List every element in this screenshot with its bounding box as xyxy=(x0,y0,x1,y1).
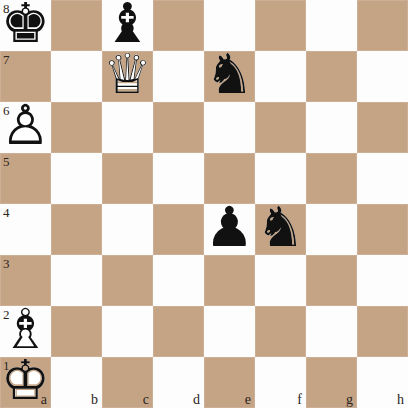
square-b1[interactable]: b xyxy=(51,357,102,408)
square-d2[interactable] xyxy=(153,306,204,357)
piece-black-knight[interactable]: ♞♞ xyxy=(204,51,255,102)
square-c6[interactable] xyxy=(102,102,153,153)
square-d3[interactable] xyxy=(153,255,204,306)
file-label-d: d xyxy=(193,393,200,407)
square-c1[interactable]: c xyxy=(102,357,153,408)
square-d5[interactable] xyxy=(153,153,204,204)
black-pawn-glyph: ♟ xyxy=(204,202,255,253)
square-b4[interactable] xyxy=(51,204,102,255)
chess-board: 8♚♚♝♝7♛♕♞♞6♟♙54♟♟♞♞32♝♗1a♚♔bcdefgh xyxy=(0,0,408,408)
square-e3[interactable] xyxy=(204,255,255,306)
square-f6[interactable] xyxy=(255,102,306,153)
piece-black-knight[interactable]: ♞♞ xyxy=(255,204,306,255)
file-label-c: c xyxy=(143,393,149,407)
square-b6[interactable] xyxy=(51,102,102,153)
piece-white-queen[interactable]: ♛♕ xyxy=(102,51,153,102)
file-label-e: e xyxy=(245,393,251,407)
piece-black-pawn[interactable]: ♟♟ xyxy=(204,204,255,255)
square-a8[interactable]: 8♚♚ xyxy=(0,0,51,51)
square-d8[interactable] xyxy=(153,0,204,51)
square-c2[interactable] xyxy=(102,306,153,357)
square-h6[interactable] xyxy=(357,102,408,153)
square-b2[interactable] xyxy=(51,306,102,357)
square-g3[interactable] xyxy=(306,255,357,306)
white-pawn-glyph: ♙ xyxy=(0,100,51,151)
square-a1[interactable]: 1a♚♔ xyxy=(0,357,51,408)
square-g6[interactable] xyxy=(306,102,357,153)
square-g7[interactable] xyxy=(306,51,357,102)
square-b3[interactable] xyxy=(51,255,102,306)
square-d4[interactable] xyxy=(153,204,204,255)
square-e1[interactable]: e xyxy=(204,357,255,408)
square-h3[interactable] xyxy=(357,255,408,306)
square-a4[interactable]: 4 xyxy=(0,204,51,255)
square-f7[interactable] xyxy=(255,51,306,102)
file-label-f: f xyxy=(297,393,302,407)
square-h7[interactable] xyxy=(357,51,408,102)
rank-label-4: 4 xyxy=(3,206,10,219)
square-b8[interactable] xyxy=(51,0,102,51)
square-c5[interactable] xyxy=(102,153,153,204)
black-knight-glyph: ♞ xyxy=(204,49,255,100)
square-c3[interactable] xyxy=(102,255,153,306)
square-c7[interactable]: ♛♕ xyxy=(102,51,153,102)
square-e7[interactable]: ♞♞ xyxy=(204,51,255,102)
square-h8[interactable] xyxy=(357,0,408,51)
square-b5[interactable] xyxy=(51,153,102,204)
square-f3[interactable] xyxy=(255,255,306,306)
square-c4[interactable] xyxy=(102,204,153,255)
file-label-b: b xyxy=(91,393,98,407)
white-king-glyph: ♔ xyxy=(0,355,51,406)
square-h5[interactable] xyxy=(357,153,408,204)
rank-label-3: 3 xyxy=(3,257,10,270)
black-knight-glyph: ♞ xyxy=(255,202,306,253)
square-d6[interactable] xyxy=(153,102,204,153)
square-g4[interactable] xyxy=(306,204,357,255)
square-h4[interactable] xyxy=(357,204,408,255)
square-b7[interactable] xyxy=(51,51,102,102)
file-label-h: h xyxy=(397,393,404,407)
square-e4[interactable]: ♟♟ xyxy=(204,204,255,255)
square-a6[interactable]: 6♟♙ xyxy=(0,102,51,153)
square-d1[interactable]: d xyxy=(153,357,204,408)
square-g5[interactable] xyxy=(306,153,357,204)
square-h1[interactable]: h xyxy=(357,357,408,408)
piece-white-king[interactable]: ♚♔ xyxy=(0,357,51,408)
square-f4[interactable]: ♞♞ xyxy=(255,204,306,255)
piece-white-pawn[interactable]: ♟♙ xyxy=(0,102,51,153)
square-g8[interactable] xyxy=(306,0,357,51)
square-h2[interactable] xyxy=(357,306,408,357)
square-d7[interactable] xyxy=(153,51,204,102)
square-e6[interactable] xyxy=(204,102,255,153)
square-f1[interactable]: f xyxy=(255,357,306,408)
square-f8[interactable] xyxy=(255,0,306,51)
square-g1[interactable]: g xyxy=(306,357,357,408)
piece-black-king[interactable]: ♚♚ xyxy=(0,0,51,51)
square-g2[interactable] xyxy=(306,306,357,357)
file-label-g: g xyxy=(346,393,353,407)
black-king-glyph: ♚ xyxy=(0,0,51,49)
square-a5[interactable]: 5 xyxy=(0,153,51,204)
square-f2[interactable] xyxy=(255,306,306,357)
white-queen-glyph: ♕ xyxy=(102,49,153,100)
square-e2[interactable] xyxy=(204,306,255,357)
